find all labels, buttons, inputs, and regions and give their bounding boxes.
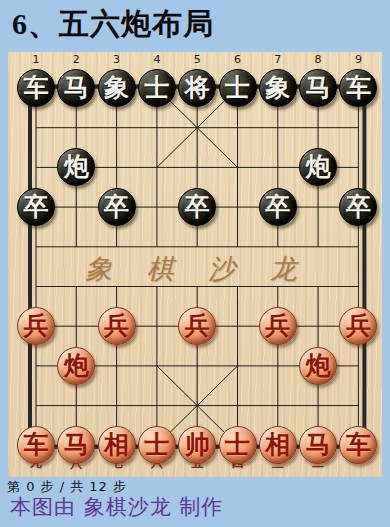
river-watermark: 象 棋 沙 龙 — [36, 251, 359, 283]
top-file-label: 9 — [347, 53, 369, 66]
piece-red-cannon: 炮 — [299, 347, 337, 385]
top-file-label: 2 — [65, 53, 87, 66]
page-title: 6、五六炮布局 — [12, 4, 214, 45]
piece-red-soldier: 兵 — [259, 307, 297, 345]
top-file-label: 5 — [186, 53, 208, 66]
top-file-label: 8 — [307, 53, 329, 66]
piece-black-general: 将 — [178, 69, 216, 107]
top-file-label: 3 — [106, 53, 128, 66]
piece-black-elephant: 象 — [259, 69, 297, 107]
top-file-label: 6 — [227, 53, 249, 66]
piece-red-cannon: 炮 — [57, 347, 95, 385]
piece-black-horse: 马 — [299, 69, 337, 107]
piece-red-elephant: 相 — [259, 426, 297, 464]
top-file-label: 4 — [146, 53, 168, 66]
piece-red-advisor: 士 — [219, 426, 257, 464]
credit-line: 本图由 象棋沙龙 制作 — [10, 493, 223, 521]
piece-red-soldier: 兵 — [17, 307, 55, 345]
piece-red-soldier: 兵 — [98, 307, 136, 345]
piece-red-advisor: 士 — [138, 426, 176, 464]
piece-black-rook: 车 — [17, 69, 55, 107]
piece-red-elephant: 相 — [98, 426, 136, 464]
piece-black-soldier: 卒 — [17, 188, 55, 226]
piece-black-elephant: 象 — [98, 69, 136, 107]
top-file-label: 1 — [25, 53, 47, 66]
xiangqi-app: 6、五六炮布局 123456789 象 棋 沙 龙 九八七六五四三二一 车马象士… — [0, 0, 390, 527]
piece-black-advisor: 士 — [219, 69, 257, 107]
xiangqi-board[interactable]: 123456789 象 棋 沙 龙 九八七六五四三二一 车马象士将士象马车炮炮卒… — [8, 52, 382, 477]
piece-black-soldier: 卒 — [259, 188, 297, 226]
piece-black-soldier: 卒 — [98, 188, 136, 226]
top-file-label: 7 — [267, 53, 289, 66]
piece-black-advisor: 士 — [138, 69, 176, 107]
